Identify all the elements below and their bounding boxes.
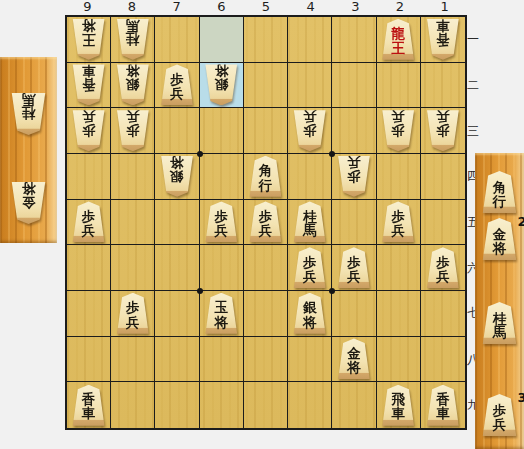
komadai-gote: 桂馬金将 xyxy=(0,57,57,243)
square-2-8[interactable] xyxy=(377,337,421,383)
square-2-5[interactable]: 歩兵 xyxy=(377,200,421,246)
square-1-5[interactable] xyxy=(421,200,465,246)
square-7-3[interactable] xyxy=(155,108,199,154)
piece-kanji: 王将 xyxy=(82,19,96,48)
piece-歩兵-gote[interactable]: 歩兵 xyxy=(71,110,107,151)
square-2-9[interactable]: 飛車 xyxy=(377,382,421,428)
square-2-2[interactable] xyxy=(377,63,421,109)
piece-kanji: 歩兵 xyxy=(170,72,184,105)
piece-桂馬-sente[interactable]: 桂馬 xyxy=(481,302,519,344)
rank-label-1: 一 xyxy=(466,17,480,63)
piece-龍王-sente[interactable]: 龍王 xyxy=(380,19,416,60)
piece-shape: 歩兵 xyxy=(380,201,416,242)
piece-金将-gote[interactable]: 金将 xyxy=(10,182,48,224)
piece-kanji: 金将 xyxy=(493,227,507,260)
square-5-7[interactable] xyxy=(244,291,288,337)
piece-歩兵-gote[interactable]: 歩兵 xyxy=(425,110,461,151)
file-label-1: 1 xyxy=(422,0,467,14)
square-9-6[interactable] xyxy=(67,245,111,291)
piece-金将-sente[interactable]: 金将 xyxy=(336,338,372,379)
square-3-9[interactable] xyxy=(332,382,376,428)
square-4-1[interactable] xyxy=(288,17,332,63)
piece-shape: 桂馬 xyxy=(10,93,48,135)
file-label-8: 8 xyxy=(110,0,155,14)
piece-shape: 歩兵 xyxy=(247,201,283,242)
square-5-3[interactable] xyxy=(244,108,288,154)
piece-kanji: 銀将 xyxy=(126,64,140,93)
piece-shape: 桂馬 xyxy=(481,302,519,344)
piece-shape: 銀将 xyxy=(292,293,328,334)
square-9-8[interactable] xyxy=(67,337,111,383)
piece-kanji: 銀将 xyxy=(170,156,184,185)
piece-shape: 歩兵 xyxy=(292,247,328,288)
square-6-1[interactable] xyxy=(200,17,244,63)
piece-shape: 歩兵 xyxy=(71,201,107,242)
hoshi-dot xyxy=(197,151,203,157)
sente-hand-pieces: 角行金将2桂馬歩兵3 xyxy=(475,153,524,449)
square-7-7[interactable] xyxy=(155,291,199,337)
hand-piece-桂馬[interactable]: 桂馬 xyxy=(10,93,48,135)
square-4-5[interactable]: 桂馬 xyxy=(288,200,332,246)
gote-hand-pieces: 桂馬金将 xyxy=(0,57,57,243)
piece-shape: 銀将 xyxy=(115,64,151,105)
piece-kanji: 歩兵 xyxy=(391,209,405,242)
square-3-5[interactable] xyxy=(332,200,376,246)
piece-shape: 歩兵 xyxy=(115,110,151,151)
square-7-9[interactable] xyxy=(155,382,199,428)
square-5-6[interactable] xyxy=(244,245,288,291)
square-9-1[interactable]: 王将 xyxy=(67,17,111,63)
square-6-2[interactable]: 銀将 xyxy=(200,63,244,109)
file-label-5: 5 xyxy=(244,0,289,14)
square-7-5[interactable] xyxy=(155,200,199,246)
square-3-8[interactable]: 金将 xyxy=(332,337,376,383)
hoshi-dot xyxy=(329,288,335,294)
square-8-2[interactable]: 銀将 xyxy=(111,63,155,109)
piece-shape: 角行 xyxy=(481,171,519,213)
hoshi-dot xyxy=(329,151,335,157)
rank-label-2: 二 xyxy=(466,63,480,109)
square-4-3[interactable]: 歩兵 xyxy=(288,108,332,154)
piece-shape: 銀将 xyxy=(203,64,239,105)
piece-shape: 歩兵 xyxy=(159,64,195,105)
piece-王将-gote[interactable]: 王将 xyxy=(71,19,107,60)
piece-kanji: 桂馬 xyxy=(303,209,317,242)
square-8-4[interactable] xyxy=(111,154,155,200)
piece-kanji: 銀将 xyxy=(303,300,317,333)
square-9-4[interactable] xyxy=(67,154,111,200)
piece-歩兵-sente[interactable]: 歩兵 xyxy=(247,201,283,242)
piece-kanji: 歩兵 xyxy=(126,110,140,139)
piece-kanji: 歩兵 xyxy=(259,209,273,242)
piece-歩兵-gote[interactable]: 歩兵 xyxy=(336,156,372,197)
piece-shape: 香車 xyxy=(425,19,461,60)
piece-shape: 歩兵 xyxy=(292,110,328,151)
square-7-1[interactable] xyxy=(155,17,199,63)
square-1-7[interactable] xyxy=(421,291,465,337)
square-4-4[interactable] xyxy=(288,154,332,200)
piece-kanji: 角行 xyxy=(259,163,273,196)
piece-歩兵-sente[interactable]: 歩兵 xyxy=(380,201,416,242)
piece-kanji: 桂馬 xyxy=(126,19,140,48)
square-6-9[interactable] xyxy=(200,382,244,428)
square-3-3[interactable] xyxy=(332,108,376,154)
square-5-2[interactable] xyxy=(244,63,288,109)
piece-shape: 飛車 xyxy=(380,385,416,426)
piece-香車-gote[interactable]: 香車 xyxy=(425,19,461,60)
piece-kanji: 歩兵 xyxy=(391,110,405,139)
board-grid: 王将桂馬龍王香車香車銀将歩兵銀将歩兵歩兵歩兵歩兵歩兵銀将角行歩兵歩兵歩兵歩兵桂馬… xyxy=(67,17,465,428)
piece-shape: 歩兵 xyxy=(203,201,239,242)
piece-kanji: 香車 xyxy=(82,64,96,93)
square-5-5[interactable]: 歩兵 xyxy=(244,200,288,246)
square-9-9[interactable]: 香車 xyxy=(67,382,111,428)
piece-shape: 王将 xyxy=(71,19,107,60)
file-label-2: 2 xyxy=(378,0,423,14)
square-9-5[interactable]: 歩兵 xyxy=(67,200,111,246)
piece-shape: 歩兵 xyxy=(380,110,416,151)
square-2-4[interactable] xyxy=(377,154,421,200)
piece-shape: 角行 xyxy=(247,156,283,197)
piece-kanji: 歩兵 xyxy=(436,110,450,139)
square-5-4[interactable]: 角行 xyxy=(244,154,288,200)
piece-桂馬-sente[interactable]: 桂馬 xyxy=(292,201,328,242)
piece-kanji: 歩兵 xyxy=(215,209,229,242)
piece-shape: 金将 xyxy=(336,338,372,379)
piece-歩兵-gote[interactable]: 歩兵 xyxy=(292,110,328,151)
hand-piece-歩兵[interactable]: 歩兵3 xyxy=(481,394,519,436)
square-9-3[interactable]: 歩兵 xyxy=(67,108,111,154)
piece-銀将-sente[interactable]: 銀将 xyxy=(292,293,328,334)
piece-kanji: 桂馬 xyxy=(493,311,507,344)
hand-piece-金将[interactable]: 金将 xyxy=(10,182,48,224)
hand-piece-金将[interactable]: 金将2 xyxy=(481,218,519,260)
piece-shape: 桂馬 xyxy=(292,201,328,242)
square-8-8[interactable] xyxy=(111,337,155,383)
square-2-3[interactable]: 歩兵 xyxy=(377,108,421,154)
piece-歩兵-gote[interactable]: 歩兵 xyxy=(380,110,416,151)
piece-歩兵-sente[interactable]: 歩兵 xyxy=(203,201,239,242)
komadai-sente: 角行金将2桂馬歩兵3 xyxy=(475,153,524,449)
square-2-7[interactable] xyxy=(377,291,421,337)
square-1-3[interactable]: 歩兵 xyxy=(421,108,465,154)
piece-桂馬-gote[interactable]: 桂馬 xyxy=(115,19,151,60)
piece-kanji: 金将 xyxy=(22,182,36,211)
piece-kanji: 歩兵 xyxy=(82,209,96,242)
square-3-2[interactable] xyxy=(332,63,376,109)
square-8-9[interactable] xyxy=(111,382,155,428)
shogi-board: 王将桂馬龍王香車香車銀将歩兵銀将歩兵歩兵歩兵歩兵歩兵銀将角行歩兵歩兵歩兵歩兵桂馬… xyxy=(65,15,467,430)
piece-kanji: 角行 xyxy=(493,180,507,213)
file-labels: 987654321 xyxy=(65,0,467,14)
square-1-4[interactable] xyxy=(421,154,465,200)
square-8-5[interactable] xyxy=(111,200,155,246)
hand-piece-桂馬[interactable]: 桂馬 xyxy=(481,302,519,344)
piece-金将-sente[interactable]: 金将 xyxy=(481,218,519,260)
square-1-9[interactable]: 香車 xyxy=(421,382,465,428)
piece-角行-sente[interactable]: 角行 xyxy=(247,156,283,197)
piece-kanji: 金将 xyxy=(347,346,361,379)
square-4-9[interactable] xyxy=(288,382,332,428)
square-1-2[interactable] xyxy=(421,63,465,109)
square-2-6[interactable] xyxy=(377,245,421,291)
piece-kanji: 歩兵 xyxy=(303,255,317,288)
piece-kanji: 歩兵 xyxy=(126,300,140,333)
piece-shape: 香車 xyxy=(425,385,461,426)
square-3-6[interactable]: 歩兵 xyxy=(332,245,376,291)
piece-歩兵-sente[interactable]: 歩兵 xyxy=(336,247,372,288)
piece-shape: 歩兵 xyxy=(336,156,372,197)
piece-shape: 香車 xyxy=(71,385,107,426)
piece-shape: 歩兵 xyxy=(115,293,151,334)
square-6-7[interactable]: 玉将 xyxy=(200,291,244,337)
file-label-6: 6 xyxy=(199,0,244,14)
piece-kanji: 歩兵 xyxy=(347,156,361,185)
piece-飛車-sente[interactable]: 飛車 xyxy=(380,385,416,426)
square-1-1[interactable]: 香車 xyxy=(421,17,465,63)
square-7-8[interactable] xyxy=(155,337,199,383)
piece-kanji: 桂馬 xyxy=(22,93,36,122)
piece-歩兵-sente[interactable]: 歩兵 xyxy=(159,64,195,105)
piece-香車-sente[interactable]: 香車 xyxy=(71,385,107,426)
square-4-7[interactable]: 銀将 xyxy=(288,291,332,337)
piece-kanji: 香車 xyxy=(436,392,450,425)
piece-shape: 龍王 xyxy=(380,19,416,60)
piece-香車-gote[interactable]: 香車 xyxy=(71,64,107,105)
square-1-6[interactable]: 歩兵 xyxy=(421,245,465,291)
square-8-7[interactable]: 歩兵 xyxy=(111,291,155,337)
piece-count-badge: 3 xyxy=(517,390,524,405)
square-4-2[interactable] xyxy=(288,63,332,109)
piece-歩兵-sente[interactable]: 歩兵 xyxy=(115,293,151,334)
piece-銀将-gote[interactable]: 銀将 xyxy=(203,64,239,105)
piece-shape: 玉将 xyxy=(203,293,239,334)
piece-kanji: 歩兵 xyxy=(493,403,507,436)
square-4-8[interactable] xyxy=(288,337,332,383)
square-7-4[interactable]: 銀将 xyxy=(155,154,199,200)
piece-歩兵-sente[interactable]: 歩兵 xyxy=(71,201,107,242)
hand-piece-角行[interactable]: 角行 xyxy=(481,171,519,213)
piece-shape: 金将 xyxy=(10,182,48,224)
rank-label-3: 三 xyxy=(466,108,480,154)
piece-kanji: 歩兵 xyxy=(436,255,450,288)
square-6-5[interactable]: 歩兵 xyxy=(200,200,244,246)
piece-shape: 歩兵 xyxy=(336,247,372,288)
piece-歩兵-sente[interactable]: 歩兵 xyxy=(425,247,461,288)
hoshi-dot xyxy=(197,288,203,294)
piece-kanji: 飛車 xyxy=(391,392,405,425)
piece-shape: 桂馬 xyxy=(115,19,151,60)
square-3-4[interactable]: 歩兵 xyxy=(332,154,376,200)
square-5-9[interactable] xyxy=(244,382,288,428)
square-8-1[interactable]: 桂馬 xyxy=(111,17,155,63)
piece-kanji: 銀将 xyxy=(215,64,229,93)
square-5-8[interactable] xyxy=(244,337,288,383)
piece-shape: 歩兵 xyxy=(71,110,107,151)
piece-kanji: 龍王 xyxy=(391,26,405,59)
piece-玉将-sente[interactable]: 玉将 xyxy=(203,293,239,334)
square-3-7[interactable] xyxy=(332,291,376,337)
square-7-6[interactable] xyxy=(155,245,199,291)
piece-shape: 金将 xyxy=(481,218,519,260)
square-5-1[interactable] xyxy=(244,17,288,63)
piece-shape: 歩兵 xyxy=(425,110,461,151)
piece-shape: 歩兵 xyxy=(425,247,461,288)
square-7-2[interactable]: 歩兵 xyxy=(155,63,199,109)
piece-歩兵-sente[interactable]: 歩兵 xyxy=(292,247,328,288)
square-1-8[interactable] xyxy=(421,337,465,383)
piece-kanji: 玉将 xyxy=(215,300,229,333)
square-6-4[interactable] xyxy=(200,154,244,200)
piece-kanji: 歩兵 xyxy=(303,110,317,139)
square-6-3[interactable] xyxy=(200,108,244,154)
piece-歩兵-sente[interactable]: 歩兵 xyxy=(481,394,519,436)
piece-桂馬-gote[interactable]: 桂馬 xyxy=(10,93,48,135)
piece-kanji: 香車 xyxy=(82,392,96,425)
piece-銀将-gote[interactable]: 銀将 xyxy=(115,64,151,105)
square-9-2[interactable]: 香車 xyxy=(67,63,111,109)
square-6-8[interactable] xyxy=(200,337,244,383)
piece-shape: 歩兵 xyxy=(481,394,519,436)
square-4-6[interactable]: 歩兵 xyxy=(288,245,332,291)
piece-kanji: 香車 xyxy=(436,19,450,48)
file-label-9: 9 xyxy=(65,0,110,14)
piece-kanji: 歩兵 xyxy=(82,110,96,139)
square-8-6[interactable] xyxy=(111,245,155,291)
piece-香車-sente[interactable]: 香車 xyxy=(425,385,461,426)
piece-kanji: 歩兵 xyxy=(347,255,361,288)
square-3-1[interactable] xyxy=(332,17,376,63)
square-8-3[interactable]: 歩兵 xyxy=(111,108,155,154)
piece-銀将-gote[interactable]: 銀将 xyxy=(159,156,195,197)
file-label-3: 3 xyxy=(333,0,378,14)
square-9-7[interactable] xyxy=(67,291,111,337)
square-6-6[interactable] xyxy=(200,245,244,291)
square-2-1[interactable]: 龍王 xyxy=(377,17,421,63)
file-label-4: 4 xyxy=(288,0,333,14)
file-label-7: 7 xyxy=(154,0,199,14)
piece-shape: 銀将 xyxy=(159,156,195,197)
piece-count-badge: 2 xyxy=(517,214,524,229)
shogi-app: 987654321 王将桂馬龍王香車香車銀将歩兵銀将歩兵歩兵歩兵歩兵歩兵銀将角行… xyxy=(0,0,524,449)
piece-shape: 香車 xyxy=(71,64,107,105)
piece-角行-sente[interactable]: 角行 xyxy=(481,171,519,213)
piece-歩兵-gote[interactable]: 歩兵 xyxy=(115,110,151,151)
